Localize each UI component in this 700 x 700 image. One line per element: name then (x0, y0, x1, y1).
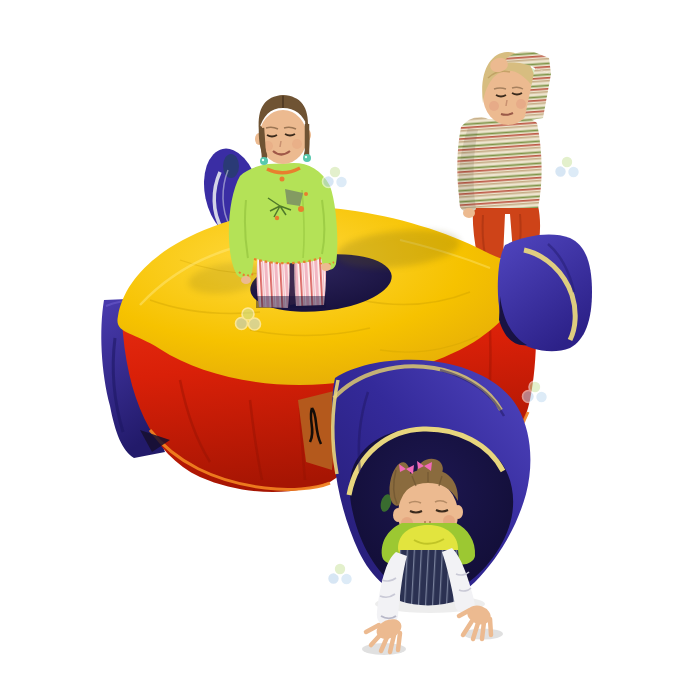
girl2-left-hand (463, 208, 475, 218)
girl1-right-bead (303, 154, 311, 162)
girl2-shirt (457, 116, 541, 212)
play-tunnel-scene (0, 0, 700, 700)
product-photo: Three children playing with a pop-up tun… (0, 0, 700, 700)
girl1-left-braid (262, 128, 264, 158)
girl1-left-bead (260, 157, 268, 165)
right-tunnel (498, 234, 592, 351)
